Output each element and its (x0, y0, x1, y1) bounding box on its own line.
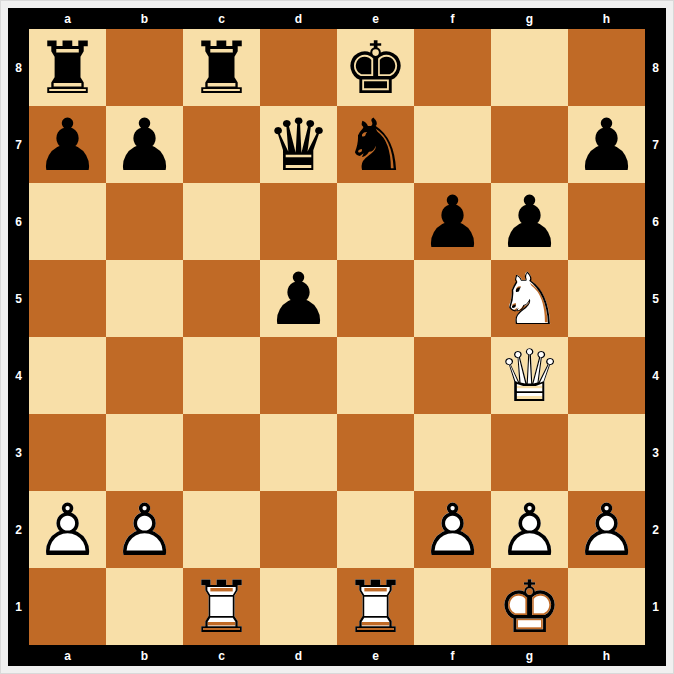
square-e5[interactable] (337, 260, 414, 337)
file-label-bottom-f: f (414, 645, 491, 666)
square-h6[interactable] (568, 183, 645, 260)
rank-label-left-1: 1 (8, 568, 29, 645)
rank-label-left-8: 8 (8, 29, 29, 106)
square-a4[interactable] (29, 337, 106, 414)
square-c2[interactable] (183, 491, 260, 568)
square-c4[interactable] (183, 337, 260, 414)
file-label-top-b: b (106, 8, 183, 29)
file-label-top-h: h (568, 8, 645, 29)
white-pawn-outline-glyph: ♙ (112, 494, 177, 566)
black-pawn-glyph: ♟ (266, 263, 331, 335)
square-b7[interactable]: ♟ (106, 106, 183, 183)
square-d1[interactable] (260, 568, 337, 645)
file-label-bottom-h: h (568, 645, 645, 666)
file-labels-top: abcdefgh (29, 8, 645, 29)
square-a8[interactable]: ♜ (29, 29, 106, 106)
file-label-bottom-d: d (260, 645, 337, 666)
rank-label-left-7: 7 (8, 106, 29, 183)
file-label-top-g: g (491, 8, 568, 29)
square-d5[interactable]: ♟ (260, 260, 337, 337)
square-a5[interactable] (29, 260, 106, 337)
white-queen-outline-glyph: ♕ (497, 340, 562, 412)
rank-label-right-3: 3 (645, 414, 666, 491)
square-f3[interactable] (414, 414, 491, 491)
rank-label-right-7: 7 (645, 106, 666, 183)
square-h5[interactable] (568, 260, 645, 337)
rank-labels-left: 87654321 (8, 29, 29, 645)
square-b3[interactable] (106, 414, 183, 491)
black-rook-glyph: ♜ (189, 32, 254, 104)
square-g4[interactable]: ♛♕ (491, 337, 568, 414)
square-c7[interactable] (183, 106, 260, 183)
rank-label-right-6: 6 (645, 183, 666, 260)
black-rook[interactable]: ♜ (29, 29, 106, 106)
rank-label-right-2: 2 (645, 491, 666, 568)
rank-label-right-1: 1 (645, 568, 666, 645)
white-rook-outline-glyph: ♖ (343, 571, 408, 643)
black-pawn[interactable]: ♟ (106, 106, 183, 183)
black-pawn[interactable]: ♟ (260, 260, 337, 337)
square-e7[interactable]: ♞ (337, 106, 414, 183)
square-h4[interactable] (568, 337, 645, 414)
white-rook[interactable]: ♜♖ (337, 568, 414, 645)
page-background: { "game": "chess", "position": { "fen": … (0, 0, 674, 674)
white-pawn-outline-glyph: ♙ (574, 494, 639, 566)
white-rook[interactable]: ♜♖ (183, 568, 260, 645)
square-g8[interactable] (491, 29, 568, 106)
square-h8[interactable] (568, 29, 645, 106)
square-d8[interactable] (260, 29, 337, 106)
square-d6[interactable] (260, 183, 337, 260)
white-pawn-outline-glyph: ♙ (497, 494, 562, 566)
square-g3[interactable] (491, 414, 568, 491)
square-c8[interactable]: ♜ (183, 29, 260, 106)
file-label-top-f: f (414, 8, 491, 29)
square-c3[interactable] (183, 414, 260, 491)
white-pawn[interactable]: ♟♙ (491, 491, 568, 568)
square-e3[interactable] (337, 414, 414, 491)
square-b8[interactable] (106, 29, 183, 106)
square-a7[interactable]: ♟ (29, 106, 106, 183)
square-e1[interactable]: ♜♖ (337, 568, 414, 645)
square-a6[interactable] (29, 183, 106, 260)
black-king[interactable]: ♚ (337, 29, 414, 106)
black-pawn[interactable]: ♟ (568, 106, 645, 183)
black-rook-glyph: ♜ (35, 32, 100, 104)
square-c1[interactable]: ♜♖ (183, 568, 260, 645)
white-pawn-outline-glyph: ♙ (35, 494, 100, 566)
black-knight-glyph: ♞ (343, 109, 408, 181)
black-pawn[interactable]: ♟ (29, 106, 106, 183)
square-h3[interactable] (568, 414, 645, 491)
rank-label-right-8: 8 (645, 29, 666, 106)
rank-label-left-6: 6 (8, 183, 29, 260)
white-rook-outline-glyph: ♖ (189, 571, 254, 643)
white-king-outline-glyph: ♔ (497, 571, 562, 643)
square-c5[interactable] (183, 260, 260, 337)
black-rook[interactable]: ♜ (183, 29, 260, 106)
frame-corner-top-left (8, 8, 29, 29)
square-e8[interactable]: ♚ (337, 29, 414, 106)
rank-label-left-5: 5 (8, 260, 29, 337)
square-f2[interactable]: ♟♙ (414, 491, 491, 568)
square-a2[interactable]: ♟♙ (29, 491, 106, 568)
white-pawn-outline-glyph: ♙ (420, 494, 485, 566)
square-b5[interactable] (106, 260, 183, 337)
black-pawn-glyph: ♟ (574, 109, 639, 181)
white-knight[interactable]: ♞♘ (491, 260, 568, 337)
square-f5[interactable] (414, 260, 491, 337)
square-a1[interactable] (29, 568, 106, 645)
square-g5[interactable]: ♞♘ (491, 260, 568, 337)
square-e4[interactable] (337, 337, 414, 414)
frame-corner-top-right (645, 8, 666, 29)
rank-label-left-4: 4 (8, 337, 29, 414)
square-d4[interactable] (260, 337, 337, 414)
square-g6[interactable]: ♟ (491, 183, 568, 260)
white-pawn[interactable]: ♟♙ (29, 491, 106, 568)
chess-board-frame: abcdefgh 87654321 ♜♜♚♟♟♛♞♟♟♟♟♞♘♛♕♟♙♟♙♟♙♟… (8, 8, 666, 666)
black-knight[interactable]: ♞ (337, 106, 414, 183)
square-f4[interactable] (414, 337, 491, 414)
square-d3[interactable] (260, 414, 337, 491)
square-f7[interactable] (414, 106, 491, 183)
white-pawn[interactable]: ♟♙ (414, 491, 491, 568)
black-queen-glyph: ♛ (266, 109, 331, 181)
white-pawn[interactable]: ♟♙ (568, 491, 645, 568)
square-e6[interactable] (337, 183, 414, 260)
black-queen[interactable]: ♛ (260, 106, 337, 183)
square-f6[interactable]: ♟ (414, 183, 491, 260)
file-label-bottom-a: a (29, 645, 106, 666)
square-d7[interactable]: ♛ (260, 106, 337, 183)
square-h7[interactable]: ♟ (568, 106, 645, 183)
square-h2[interactable]: ♟♙ (568, 491, 645, 568)
file-label-bottom-b: b (106, 645, 183, 666)
square-e2[interactable] (337, 491, 414, 568)
rank-labels-right: 87654321 (645, 29, 666, 645)
square-f8[interactable] (414, 29, 491, 106)
square-f1[interactable] (414, 568, 491, 645)
frame-corner-bottom-left (8, 645, 29, 666)
square-b6[interactable] (106, 183, 183, 260)
white-queen[interactable]: ♛♕ (491, 337, 568, 414)
square-g2[interactable]: ♟♙ (491, 491, 568, 568)
white-pawn[interactable]: ♟♙ (106, 491, 183, 568)
rank-label-right-4: 4 (645, 337, 666, 414)
square-c6[interactable] (183, 183, 260, 260)
square-b4[interactable] (106, 337, 183, 414)
black-king-glyph: ♚ (343, 32, 408, 104)
square-a3[interactable] (29, 414, 106, 491)
black-pawn-glyph: ♟ (35, 109, 100, 181)
rank-label-right-5: 5 (645, 260, 666, 337)
file-label-top-d: d (260, 8, 337, 29)
square-d2[interactable] (260, 491, 337, 568)
square-g7[interactable] (491, 106, 568, 183)
square-b2[interactable]: ♟♙ (106, 491, 183, 568)
black-pawn-glyph: ♟ (112, 109, 177, 181)
rank-label-left-3: 3 (8, 414, 29, 491)
rank-label-left-2: 2 (8, 491, 29, 568)
white-knight-outline-glyph: ♘ (497, 263, 562, 335)
chess-board: ♜♜♚♟♟♛♞♟♟♟♟♞♘♛♕♟♙♟♙♟♙♟♙♟♙♜♖♜♖♚♔ (29, 29, 645, 645)
white-king[interactable]: ♚♔ (491, 568, 568, 645)
black-pawn[interactable]: ♟ (491, 183, 568, 260)
square-g1[interactable]: ♚♔ (491, 568, 568, 645)
black-pawn-glyph: ♟ (497, 186, 562, 258)
square-h1[interactable] (568, 568, 645, 645)
frame-corner-bottom-right (645, 645, 666, 666)
black-pawn[interactable]: ♟ (414, 183, 491, 260)
black-pawn-glyph: ♟ (420, 186, 485, 258)
square-b1[interactable] (106, 568, 183, 645)
